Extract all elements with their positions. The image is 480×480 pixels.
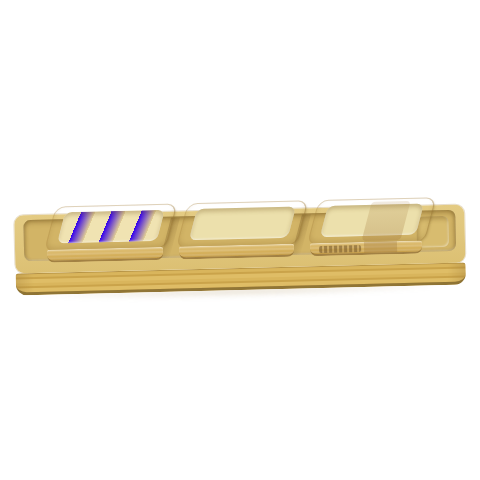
engraved-logo-mark xyxy=(319,245,361,253)
dish-middle-well xyxy=(189,207,296,241)
dish-middle xyxy=(176,202,296,260)
dish-right-grain-band-front xyxy=(364,241,398,253)
dish-right xyxy=(307,199,424,257)
dish-right-top xyxy=(308,198,435,244)
dish-left xyxy=(44,205,165,263)
dish-middle-top xyxy=(177,201,307,247)
dish-left-top xyxy=(45,205,176,251)
bamboo-tray-set xyxy=(14,193,466,300)
product-photo xyxy=(0,0,480,480)
dish-right-front-edge xyxy=(310,241,422,257)
dish-left-well xyxy=(57,210,165,244)
